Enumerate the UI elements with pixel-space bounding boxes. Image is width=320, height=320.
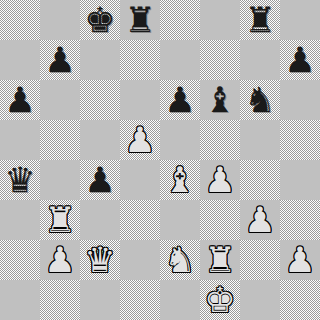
black-queen-piece[interactable]: ♛ bbox=[4, 160, 35, 200]
black-pawn-piece[interactable]: ♟ bbox=[284, 40, 315, 80]
black-pawn-piece[interactable]: ♟ bbox=[164, 80, 195, 120]
square-d6[interactable] bbox=[120, 80, 160, 120]
square-d1[interactable] bbox=[120, 280, 160, 320]
white-king-piece[interactable]: ♚ bbox=[204, 280, 235, 320]
white-bishop-piece[interactable]: ♝ bbox=[164, 160, 195, 200]
square-d4[interactable] bbox=[120, 160, 160, 200]
black-rook-piece[interactable]: ♜ bbox=[124, 0, 155, 40]
white-queen-piece[interactable]: ♛ bbox=[84, 240, 115, 280]
square-e7[interactable] bbox=[160, 40, 200, 80]
square-h6[interactable] bbox=[280, 80, 320, 120]
white-pawn-piece[interactable]: ♟ bbox=[44, 240, 75, 280]
square-c7[interactable] bbox=[80, 40, 120, 80]
white-rook-piece[interactable]: ♜ bbox=[44, 200, 75, 240]
white-pawn-piece[interactable]: ♟ bbox=[204, 160, 235, 200]
square-e3[interactable] bbox=[160, 200, 200, 240]
square-g4[interactable] bbox=[240, 160, 280, 200]
white-rook-piece[interactable]: ♜ bbox=[204, 240, 235, 280]
square-d8[interactable]: ♜ bbox=[120, 0, 160, 40]
square-g8[interactable]: ♜ bbox=[240, 0, 280, 40]
square-b6[interactable] bbox=[40, 80, 80, 120]
white-pawn-piece[interactable]: ♟ bbox=[284, 240, 315, 280]
black-pawn-piece[interactable]: ♟ bbox=[4, 80, 35, 120]
square-g7[interactable] bbox=[240, 40, 280, 80]
square-d3[interactable] bbox=[120, 200, 160, 240]
square-h5[interactable] bbox=[280, 120, 320, 160]
white-pawn-piece[interactable]: ♟ bbox=[124, 120, 155, 160]
square-h1[interactable] bbox=[280, 280, 320, 320]
square-d2[interactable] bbox=[120, 240, 160, 280]
square-e6[interactable]: ♟ bbox=[160, 80, 200, 120]
white-pawn-piece[interactable]: ♟ bbox=[244, 200, 275, 240]
square-b5[interactable] bbox=[40, 120, 80, 160]
square-g6[interactable]: ♞ bbox=[240, 80, 280, 120]
square-d5[interactable]: ♟ bbox=[120, 120, 160, 160]
square-g1[interactable] bbox=[240, 280, 280, 320]
square-b7[interactable]: ♟ bbox=[40, 40, 80, 80]
square-g3[interactable]: ♟ bbox=[240, 200, 280, 240]
square-a7[interactable] bbox=[0, 40, 40, 80]
square-g2[interactable] bbox=[240, 240, 280, 280]
square-e2[interactable]: ♞ bbox=[160, 240, 200, 280]
black-king-piece[interactable]: ♚ bbox=[84, 0, 115, 40]
square-c2[interactable]: ♛ bbox=[80, 240, 120, 280]
black-knight-piece[interactable]: ♞ bbox=[244, 80, 275, 120]
square-a6[interactable]: ♟ bbox=[0, 80, 40, 120]
black-pawn-piece[interactable]: ♟ bbox=[44, 40, 75, 80]
square-f5[interactable] bbox=[200, 120, 240, 160]
square-c6[interactable] bbox=[80, 80, 120, 120]
black-pawn-piece[interactable]: ♟ bbox=[84, 160, 115, 200]
square-f4[interactable]: ♟ bbox=[200, 160, 240, 200]
square-a1[interactable] bbox=[0, 280, 40, 320]
white-knight-piece[interactable]: ♞ bbox=[164, 240, 195, 280]
square-b2[interactable]: ♟ bbox=[40, 240, 80, 280]
square-e4[interactable]: ♝ bbox=[160, 160, 200, 200]
square-e1[interactable] bbox=[160, 280, 200, 320]
square-c3[interactable] bbox=[80, 200, 120, 240]
square-c4[interactable]: ♟ bbox=[80, 160, 120, 200]
square-b8[interactable] bbox=[40, 0, 80, 40]
square-h4[interactable] bbox=[280, 160, 320, 200]
square-e8[interactable] bbox=[160, 0, 200, 40]
square-a3[interactable] bbox=[0, 200, 40, 240]
square-a2[interactable] bbox=[0, 240, 40, 280]
square-a4[interactable]: ♛ bbox=[0, 160, 40, 200]
square-c5[interactable] bbox=[80, 120, 120, 160]
square-f8[interactable] bbox=[200, 0, 240, 40]
black-bishop-piece[interactable]: ♝ bbox=[204, 80, 235, 120]
square-c1[interactable] bbox=[80, 280, 120, 320]
square-e5[interactable] bbox=[160, 120, 200, 160]
square-f1[interactable]: ♚ bbox=[200, 280, 240, 320]
square-h3[interactable] bbox=[280, 200, 320, 240]
square-d7[interactable] bbox=[120, 40, 160, 80]
square-g5[interactable] bbox=[240, 120, 280, 160]
square-a8[interactable] bbox=[0, 0, 40, 40]
square-b3[interactable]: ♜ bbox=[40, 200, 80, 240]
square-a5[interactable] bbox=[0, 120, 40, 160]
square-f3[interactable] bbox=[200, 200, 240, 240]
square-b1[interactable] bbox=[40, 280, 80, 320]
square-f6[interactable]: ♝ bbox=[200, 80, 240, 120]
square-h7[interactable]: ♟ bbox=[280, 40, 320, 80]
square-f7[interactable] bbox=[200, 40, 240, 80]
square-h2[interactable]: ♟ bbox=[280, 240, 320, 280]
square-f2[interactable]: ♜ bbox=[200, 240, 240, 280]
square-h8[interactable] bbox=[280, 0, 320, 40]
chess-board: ♚♜♜♟♟♟♟♝♞♟♛♟♝♟♜♟♟♛♞♜♟♚ bbox=[0, 0, 320, 320]
square-b4[interactable] bbox=[40, 160, 80, 200]
black-rook-piece[interactable]: ♜ bbox=[244, 0, 275, 40]
square-c8[interactable]: ♚ bbox=[80, 0, 120, 40]
